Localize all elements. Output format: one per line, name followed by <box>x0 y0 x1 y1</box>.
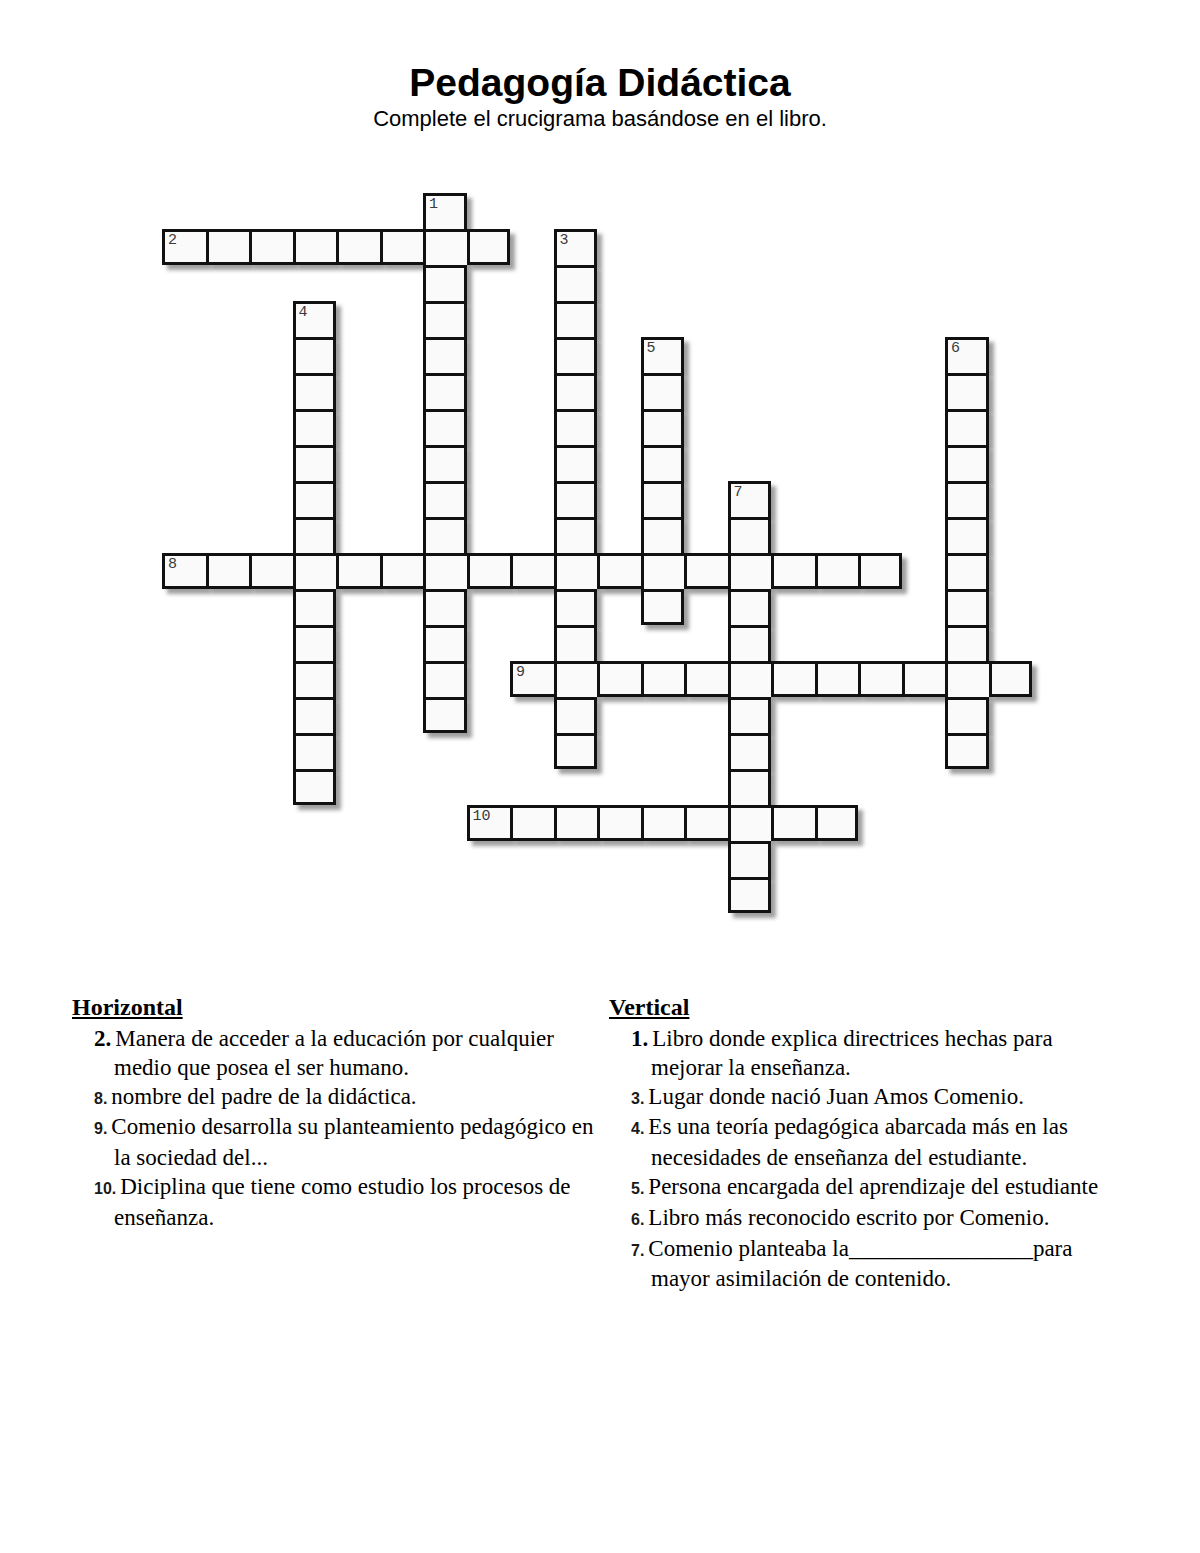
cell-r10-c15[interactable] <box>815 553 859 589</box>
cell-r10-c14[interactable] <box>771 553 815 589</box>
clue-number: 3. <box>631 1090 644 1107</box>
cell-r10-c16[interactable] <box>858 553 902 589</box>
cell-r10-c7[interactable] <box>467 553 511 589</box>
cell-r13-c9[interactable] <box>554 661 598 697</box>
cell-r7-c18[interactable] <box>945 445 989 481</box>
cell-r4-c9[interactable] <box>554 337 598 373</box>
cell-r6-c11[interactable] <box>641 409 685 445</box>
cell-r14-c13[interactable] <box>728 697 772 733</box>
cell-r1-c2[interactable] <box>249 229 293 265</box>
cell-r12-c3[interactable] <box>293 625 337 661</box>
cell-r8-c13[interactable]: 7 <box>728 481 772 517</box>
cell-r0-c6[interactable]: 1 <box>423 193 467 229</box>
cell-r10-c3[interactable] <box>293 553 337 589</box>
cell-r4-c11[interactable]: 5 <box>641 337 685 373</box>
down-heading: Vertical <box>609 993 1105 1022</box>
cell-r6-c18[interactable] <box>945 409 989 445</box>
cell-r17-c9[interactable] <box>554 805 598 841</box>
cell-r9-c13[interactable] <box>728 517 772 553</box>
down-clue-5: 5.Persona encargada del aprendizaje del … <box>609 1173 1105 1204</box>
cell-r1-c3[interactable] <box>293 229 337 265</box>
cell-r17-c13[interactable] <box>728 805 772 841</box>
cell-number-6: 6 <box>951 341 960 356</box>
clue-number: 1. <box>631 1026 648 1051</box>
across-clue-10: 10.Diciplina que tiene como estudio los … <box>72 1173 596 1233</box>
cell-r15-c13[interactable] <box>728 733 772 769</box>
cell-r7-c11[interactable] <box>641 445 685 481</box>
cell-r13-c6[interactable] <box>423 661 467 697</box>
down-clue-7: 7.Comenio planteaba la________________pa… <box>609 1235 1105 1295</box>
cell-r7-c3[interactable] <box>293 445 337 481</box>
cell-number-10: 10 <box>473 809 491 824</box>
cell-r2-c6[interactable] <box>423 265 467 301</box>
cell-r17-c11[interactable] <box>641 805 685 841</box>
down-clue-3: 3.Lugar donde nació Juan Amos Comenio. <box>609 1083 1105 1114</box>
cell-r6-c9[interactable] <box>554 409 598 445</box>
cell-number-2: 2 <box>168 233 177 248</box>
clue-number: 5. <box>631 1180 644 1197</box>
cell-number-9: 9 <box>516 665 525 680</box>
cell-r8-c3[interactable] <box>293 481 337 517</box>
cell-r9-c6[interactable] <box>423 517 467 553</box>
cell-r10-c6[interactable] <box>423 553 467 589</box>
cell-r12-c6[interactable] <box>423 625 467 661</box>
page-title: Pedagogía Didáctica <box>0 63 1200 102</box>
clue-text: nombre del padre de la didáctica. <box>111 1084 416 1109</box>
cell-r17-c15[interactable] <box>815 805 859 841</box>
down-clue-1: 1.Libro donde explica directrices hechas… <box>609 1025 1105 1083</box>
across-clue-2: 2.Manera de acceder a la educación por c… <box>72 1025 596 1083</box>
clue-text: Es una teoría pedagógica abarcada más en… <box>648 1114 1068 1170</box>
cell-r5-c3[interactable] <box>293 373 337 409</box>
cell-r13-c19[interactable] <box>989 661 1033 697</box>
clue-text: Libro donde explica directrices hechas p… <box>651 1026 1053 1080</box>
cell-r13-c15[interactable] <box>815 661 859 697</box>
cell-r8-c18[interactable] <box>945 481 989 517</box>
clue-text: Manera de acceder a la educación por cua… <box>114 1026 554 1080</box>
cell-r13-c18[interactable] <box>945 661 989 697</box>
cell-r9-c3[interactable] <box>293 517 337 553</box>
cell-r10-c11[interactable] <box>641 553 685 589</box>
cell-number-5: 5 <box>647 341 656 356</box>
cell-r4-c3[interactable] <box>293 337 337 373</box>
cell-r12-c18[interactable] <box>945 625 989 661</box>
cell-r15-c9[interactable] <box>554 733 598 769</box>
cell-r4-c18[interactable]: 6 <box>945 337 989 373</box>
cell-r3-c3[interactable]: 4 <box>293 301 337 337</box>
cell-r1-c9[interactable]: 3 <box>554 229 598 265</box>
cell-r1-c4[interactable] <box>336 229 380 265</box>
cell-r10-c5[interactable] <box>380 553 424 589</box>
clue-number: 6. <box>631 1211 644 1228</box>
cell-r13-c12[interactable] <box>684 661 728 697</box>
clue-text: Comenio desarrolla su planteamiento peda… <box>111 1114 593 1170</box>
cell-r10-c18[interactable] <box>945 553 989 589</box>
cell-r16-c13[interactable] <box>728 769 772 805</box>
clue-text: Comenio planteaba la________________para… <box>648 1236 1072 1292</box>
cell-r10-c12[interactable] <box>684 553 728 589</box>
cell-r13-c11[interactable] <box>641 661 685 697</box>
across-heading: Horizontal <box>72 993 596 1022</box>
cell-r11-c18[interactable] <box>945 589 989 625</box>
clue-number: 2. <box>94 1026 111 1051</box>
clue-number: 8. <box>94 1090 107 1107</box>
cell-r9-c9[interactable] <box>554 517 598 553</box>
cell-r8-c6[interactable] <box>423 481 467 517</box>
down-clue-list: 1.Libro donde explica directrices hechas… <box>609 1025 1105 1294</box>
crossword-grid: 12345678910 <box>162 193 1032 913</box>
cell-number-4: 4 <box>299 305 308 320</box>
across-clues-section: Horizontal 2.Manera de acceder a la educ… <box>72 993 596 1233</box>
cell-r1-c7[interactable] <box>467 229 511 265</box>
cell-r14-c18[interactable] <box>945 697 989 733</box>
cell-r13-c17[interactable] <box>902 661 946 697</box>
cell-r15-c3[interactable] <box>293 733 337 769</box>
cell-r10-c10[interactable] <box>597 553 641 589</box>
cell-r2-c9[interactable] <box>554 265 598 301</box>
cell-r14-c9[interactable] <box>554 697 598 733</box>
cell-r4-c6[interactable] <box>423 337 467 373</box>
clue-text: Lugar donde nació Juan Amos Comenio. <box>648 1084 1024 1109</box>
cell-r13-c14[interactable] <box>771 661 815 697</box>
cell-r5-c9[interactable] <box>554 373 598 409</box>
cell-r7-c9[interactable] <box>554 445 598 481</box>
cell-number-8: 8 <box>168 557 177 572</box>
cell-r11-c9[interactable] <box>554 589 598 625</box>
clue-text: Diciplina que tiene como estudio los pro… <box>114 1174 571 1230</box>
clue-number: 9. <box>94 1120 107 1137</box>
cell-r7-c6[interactable] <box>423 445 467 481</box>
cell-r16-c3[interactable] <box>293 769 337 805</box>
cell-number-7: 7 <box>734 485 743 500</box>
down-clue-4: 4.Es una teoría pedagógica abarcada más … <box>609 1113 1105 1173</box>
cell-r12-c13[interactable] <box>728 625 772 661</box>
cell-r9-c18[interactable] <box>945 517 989 553</box>
down-clue-6: 6.Libro más reconocido escrito por Comen… <box>609 1204 1105 1235</box>
cell-number-3: 3 <box>560 233 569 248</box>
cell-r8-c11[interactable] <box>641 481 685 517</box>
cell-r10-c4[interactable] <box>336 553 380 589</box>
cell-r1-c1[interactable] <box>206 229 250 265</box>
cell-r18-c13[interactable] <box>728 841 772 877</box>
cell-r10-c0[interactable]: 8 <box>162 553 206 589</box>
cell-r5-c11[interactable] <box>641 373 685 409</box>
cell-r10-c13[interactable] <box>728 553 772 589</box>
cell-r13-c16[interactable] <box>858 661 902 697</box>
cell-r14-c6[interactable] <box>423 697 467 733</box>
cell-r17-c8[interactable] <box>510 805 554 841</box>
cell-r13-c8[interactable]: 9 <box>510 661 554 697</box>
cell-r6-c6[interactable] <box>423 409 467 445</box>
page-subtitle: Complete el crucigrama basándose en el l… <box>0 106 1200 131</box>
cell-r10-c2[interactable] <box>249 553 293 589</box>
cell-r19-c13[interactable] <box>728 877 772 913</box>
cell-r13-c10[interactable] <box>597 661 641 697</box>
clue-text: Libro más reconocido escrito por Comenio… <box>648 1205 1049 1230</box>
cell-r6-c3[interactable] <box>293 409 337 445</box>
clue-number: 7. <box>631 1242 644 1259</box>
across-clue-9: 9.Comenio desarrolla su planteamiento pe… <box>72 1113 596 1173</box>
cell-r13-c13[interactable] <box>728 661 772 697</box>
cell-r5-c18[interactable] <box>945 373 989 409</box>
cell-number-1: 1 <box>429 197 438 212</box>
cell-r10-c9[interactable] <box>554 553 598 589</box>
clue-text: Persona encargada del aprendizaje del es… <box>648 1174 1098 1199</box>
cell-r5-c6[interactable] <box>423 373 467 409</box>
across-clue-list: 2.Manera de acceder a la educación por c… <box>72 1025 596 1233</box>
cell-r11-c6[interactable] <box>423 589 467 625</box>
cell-r3-c6[interactable] <box>423 301 467 337</box>
clue-number: 4. <box>631 1120 644 1137</box>
cell-r17-c14[interactable] <box>771 805 815 841</box>
cell-r3-c9[interactable] <box>554 301 598 337</box>
cell-r9-c11[interactable] <box>641 517 685 553</box>
cell-r8-c9[interactable] <box>554 481 598 517</box>
cell-r11-c11[interactable] <box>641 589 685 625</box>
cell-r12-c9[interactable] <box>554 625 598 661</box>
cell-r11-c3[interactable] <box>293 589 337 625</box>
cell-r10-c1[interactable] <box>206 553 250 589</box>
clue-number: 10. <box>94 1180 116 1197</box>
cell-r1-c0[interactable]: 2 <box>162 229 206 265</box>
cell-r17-c12[interactable] <box>684 805 728 841</box>
cell-r13-c3[interactable] <box>293 661 337 697</box>
across-clue-8: 8.nombre del padre de la didáctica. <box>72 1083 596 1114</box>
cell-r17-c7[interactable]: 10 <box>467 805 511 841</box>
cell-r15-c18[interactable] <box>945 733 989 769</box>
cell-r1-c5[interactable] <box>380 229 424 265</box>
cell-r10-c8[interactable] <box>510 553 554 589</box>
cell-r17-c10[interactable] <box>597 805 641 841</box>
cell-r14-c3[interactable] <box>293 697 337 733</box>
cell-r1-c6[interactable] <box>423 229 467 265</box>
down-clues-section: Vertical 1.Libro donde explica directric… <box>609 993 1105 1294</box>
cell-r11-c13[interactable] <box>728 589 772 625</box>
